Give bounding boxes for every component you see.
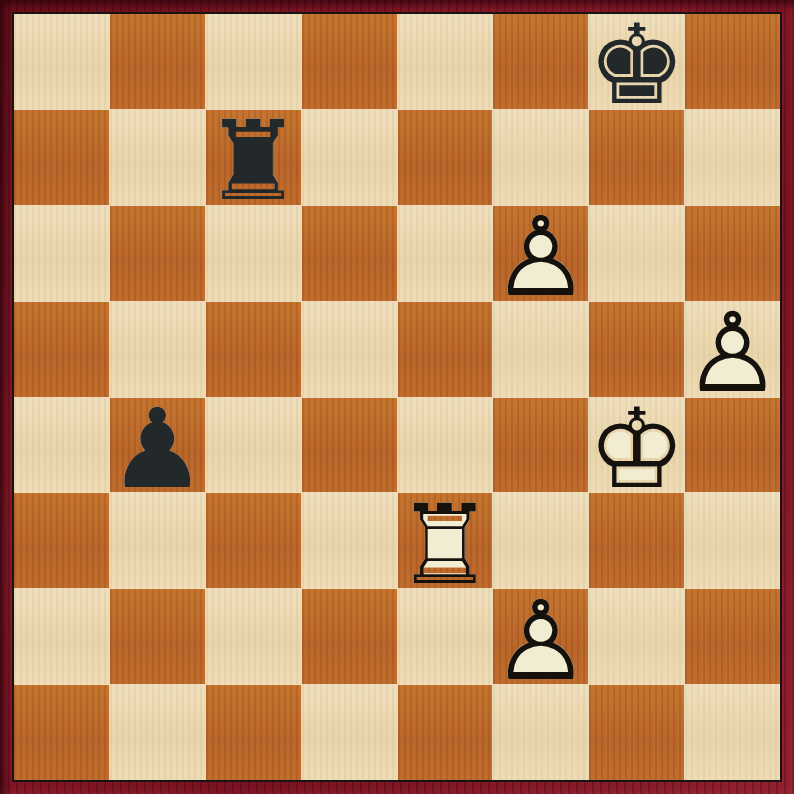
square-g4[interactable]: ♚♔ bbox=[589, 398, 684, 493]
square-h6[interactable] bbox=[685, 206, 780, 301]
square-f8[interactable] bbox=[493, 14, 588, 109]
white-rook[interactable]: ♜♖ bbox=[398, 493, 493, 588]
white-king[interactable]: ♚♔ bbox=[589, 398, 684, 493]
square-a2[interactable] bbox=[14, 589, 109, 684]
square-b5[interactable] bbox=[110, 302, 205, 397]
square-h4[interactable] bbox=[685, 398, 780, 493]
white-rook-outline-layer: ♖ bbox=[398, 497, 493, 592]
board-frame: ♔♚♖♜♟♙♟♙♙♟♚♔♜♖♟♙ bbox=[0, 0, 794, 794]
black-rook[interactable]: ♖♜ bbox=[206, 110, 301, 205]
square-b8[interactable] bbox=[110, 14, 205, 109]
black-king-outline-layer: ♚ bbox=[589, 18, 684, 113]
square-h2[interactable] bbox=[685, 589, 780, 684]
square-c5[interactable] bbox=[206, 302, 301, 397]
square-c8[interactable] bbox=[206, 14, 301, 109]
square-a4[interactable] bbox=[14, 398, 109, 493]
white-pawn-fill-layer: ♟ bbox=[493, 593, 588, 688]
square-d3[interactable] bbox=[302, 493, 397, 588]
square-h1[interactable] bbox=[685, 685, 780, 780]
square-g1[interactable] bbox=[589, 685, 684, 780]
square-g5[interactable] bbox=[589, 302, 684, 397]
square-c2[interactable] bbox=[206, 589, 301, 684]
square-b3[interactable] bbox=[110, 493, 205, 588]
square-f7[interactable] bbox=[493, 110, 588, 205]
square-g3[interactable] bbox=[589, 493, 684, 588]
white-pawn-fill-layer: ♟ bbox=[685, 306, 780, 401]
square-h3[interactable] bbox=[685, 493, 780, 588]
square-g8[interactable]: ♔♚ bbox=[589, 14, 684, 109]
black-rook-outline-layer: ♜ bbox=[206, 114, 301, 209]
square-e4[interactable] bbox=[398, 398, 493, 493]
black-rook-fill-layer: ♖ bbox=[206, 114, 301, 209]
white-pawn[interactable]: ♟♙ bbox=[685, 302, 780, 397]
square-b4[interactable]: ♙♟ bbox=[110, 398, 205, 493]
square-a1[interactable] bbox=[14, 685, 109, 780]
square-f1[interactable] bbox=[493, 685, 588, 780]
square-g6[interactable] bbox=[589, 206, 684, 301]
square-f4[interactable] bbox=[493, 398, 588, 493]
square-h7[interactable] bbox=[685, 110, 780, 205]
square-h8[interactable] bbox=[685, 14, 780, 109]
square-d7[interactable] bbox=[302, 110, 397, 205]
white-king-fill-layer: ♚ bbox=[589, 402, 684, 497]
square-e6[interactable] bbox=[398, 206, 493, 301]
square-d5[interactable] bbox=[302, 302, 397, 397]
square-e1[interactable] bbox=[398, 685, 493, 780]
white-pawn-outline-layer: ♙ bbox=[493, 593, 588, 688]
square-c1[interactable] bbox=[206, 685, 301, 780]
black-pawn-outline-layer: ♟ bbox=[110, 402, 205, 497]
square-a5[interactable] bbox=[14, 302, 109, 397]
square-a8[interactable] bbox=[14, 14, 109, 109]
white-rook-fill-layer: ♜ bbox=[398, 497, 493, 592]
square-g2[interactable] bbox=[589, 589, 684, 684]
square-a3[interactable] bbox=[14, 493, 109, 588]
square-e7[interactable] bbox=[398, 110, 493, 205]
square-c7[interactable]: ♖♜ bbox=[206, 110, 301, 205]
square-f3[interactable] bbox=[493, 493, 588, 588]
square-f2[interactable]: ♟♙ bbox=[493, 589, 588, 684]
white-pawn[interactable]: ♟♙ bbox=[493, 589, 588, 684]
square-a7[interactable] bbox=[14, 110, 109, 205]
white-pawn-fill-layer: ♟ bbox=[493, 210, 588, 305]
square-d8[interactable] bbox=[302, 14, 397, 109]
square-e3[interactable]: ♜♖ bbox=[398, 493, 493, 588]
square-d1[interactable] bbox=[302, 685, 397, 780]
white-pawn[interactable]: ♟♙ bbox=[493, 206, 588, 301]
square-c6[interactable] bbox=[206, 206, 301, 301]
square-c3[interactable] bbox=[206, 493, 301, 588]
square-f5[interactable] bbox=[493, 302, 588, 397]
square-b7[interactable] bbox=[110, 110, 205, 205]
black-king-fill-layer: ♔ bbox=[589, 18, 684, 113]
square-f6[interactable]: ♟♙ bbox=[493, 206, 588, 301]
square-a6[interactable] bbox=[14, 206, 109, 301]
square-c4[interactable] bbox=[206, 398, 301, 493]
square-b6[interactable] bbox=[110, 206, 205, 301]
square-d2[interactable] bbox=[302, 589, 397, 684]
black-pawn-fill-layer: ♙ bbox=[110, 402, 205, 497]
white-pawn-outline-layer: ♙ bbox=[493, 210, 588, 305]
square-e2[interactable] bbox=[398, 589, 493, 684]
chess-board: ♔♚♖♜♟♙♟♙♙♟♚♔♜♖♟♙ bbox=[14, 14, 780, 780]
square-b2[interactable] bbox=[110, 589, 205, 684]
square-e5[interactable] bbox=[398, 302, 493, 397]
white-pawn-outline-layer: ♙ bbox=[685, 306, 780, 401]
white-king-outline-layer: ♔ bbox=[589, 402, 684, 497]
square-g7[interactable] bbox=[589, 110, 684, 205]
square-d6[interactable] bbox=[302, 206, 397, 301]
black-king[interactable]: ♔♚ bbox=[589, 14, 684, 109]
square-h5[interactable]: ♟♙ bbox=[685, 302, 780, 397]
square-e8[interactable] bbox=[398, 14, 493, 109]
black-pawn[interactable]: ♙♟ bbox=[110, 398, 205, 493]
square-d4[interactable] bbox=[302, 398, 397, 493]
board-inner-border: ♔♚♖♜♟♙♟♙♙♟♚♔♜♖♟♙ bbox=[12, 12, 782, 782]
square-b1[interactable] bbox=[110, 685, 205, 780]
